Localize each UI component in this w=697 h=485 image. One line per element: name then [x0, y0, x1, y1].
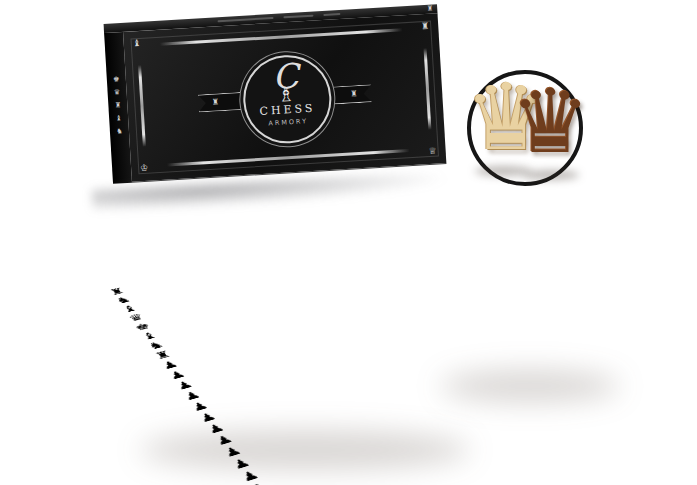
- bishop-icon: ♝: [133, 39, 142, 48]
- rook-icon: ♜: [212, 98, 220, 106]
- box-top-faint-text: [284, 15, 314, 19]
- inset-walnut-queen: ♛: [511, 78, 590, 166]
- box-front-face: ♝ ♜ ♔ ♕ ♜ ♜ C ♗ CHESS ARMORY: [123, 13, 446, 182]
- rook-icon: ♜: [427, 4, 434, 13]
- piece-closeup-inset: ♛ ♛: [465, 66, 583, 184]
- crown-icon: ♕: [428, 147, 437, 156]
- crown-icon: ♔: [140, 164, 149, 173]
- rook-icon: ♜: [350, 90, 358, 98]
- box-top-faint-text: [217, 17, 274, 22]
- product-box: ♜ ♚♛♜♝♞ ♝ ♜ ♔ ♕ ♜ ♜: [104, 4, 447, 184]
- piece-black-knight: ♞: [146, 339, 167, 352]
- box-top-faint-text: [324, 13, 341, 16]
- box-main: ♚♛♜♝♞ ♝ ♜ ♔ ♕ ♜ ♜ C ♗: [104, 13, 446, 184]
- spine-chess-piece-icons: ♚♛♜♝♞: [112, 75, 124, 140]
- product-photo: ♜ ♚♛♜♝♞ ♝ ♜ ♔ ♕ ♜ ♜: [0, 0, 697, 485]
- rook-icon: ♜: [421, 22, 430, 31]
